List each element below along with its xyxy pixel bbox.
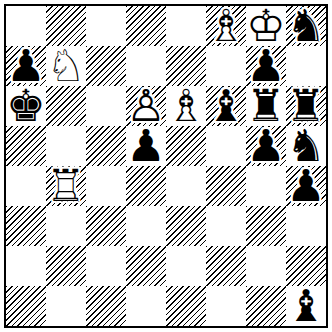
- square-d2: [126, 246, 166, 286]
- square-f5: [206, 126, 246, 166]
- square-h8: ♞: [286, 6, 326, 46]
- square-c6: [86, 86, 126, 126]
- square-d1: [126, 286, 166, 326]
- square-a6: ♚: [6, 86, 46, 126]
- square-a2: [6, 246, 46, 286]
- square-b4: ♜♖: [46, 166, 86, 206]
- square-h3: [286, 206, 326, 246]
- square-g4: [246, 166, 286, 206]
- white-bishop: ♝♗: [206, 6, 246, 46]
- square-g5: ♟: [246, 126, 286, 166]
- square-e1: [166, 286, 206, 326]
- square-a1: [6, 286, 46, 326]
- square-d8: [126, 6, 166, 46]
- square-b3: [46, 206, 86, 246]
- square-f1: [206, 286, 246, 326]
- square-d3: [126, 206, 166, 246]
- square-b7: ♞♘: [46, 46, 86, 86]
- white-rook: ♜♖: [46, 166, 86, 206]
- black-pawn: ♟: [246, 126, 286, 166]
- square-c1: [86, 286, 126, 326]
- square-g2: [246, 246, 286, 286]
- square-b2: [46, 246, 86, 286]
- square-e5: [166, 126, 206, 166]
- square-g3: [246, 206, 286, 246]
- square-a4: [6, 166, 46, 206]
- black-bishop: ♝: [206, 86, 246, 126]
- square-b1: [46, 286, 86, 326]
- square-f8: ♝♗: [206, 6, 246, 46]
- black-pawn: ♟: [126, 126, 166, 166]
- black-pawn: ♟: [286, 166, 326, 206]
- black-knight: ♞: [286, 6, 326, 46]
- square-e3: [166, 206, 206, 246]
- square-d5: ♟: [126, 126, 166, 166]
- white-bishop: ♝♗: [166, 86, 206, 126]
- square-f4: [206, 166, 246, 206]
- square-e6: ♝♗: [166, 86, 206, 126]
- chess-diagram: ♝♗♚♔♞♟♞♘♟♚♟♙♝♗♝♜♜♟♟♞♜♖♟♝: [0, 0, 332, 332]
- white-knight: ♞♘: [46, 46, 86, 86]
- square-f3: [206, 206, 246, 246]
- square-h4: ♟: [286, 166, 326, 206]
- square-c3: [86, 206, 126, 246]
- black-bishop: ♝: [286, 286, 326, 326]
- square-c4: [86, 166, 126, 206]
- square-c5: [86, 126, 126, 166]
- chessboard: ♝♗♚♔♞♟♞♘♟♚♟♙♝♗♝♜♜♟♟♞♜♖♟♝: [6, 6, 326, 326]
- black-king: ♚: [6, 86, 46, 126]
- square-a5: [6, 126, 46, 166]
- square-e4: [166, 166, 206, 206]
- square-c2: [86, 246, 126, 286]
- square-d4: [126, 166, 166, 206]
- square-e8: [166, 6, 206, 46]
- square-a3: [6, 206, 46, 246]
- board-frame: ♝♗♚♔♞♟♞♘♟♚♟♙♝♗♝♜♜♟♟♞♜♖♟♝: [4, 4, 328, 328]
- square-g1: [246, 286, 286, 326]
- square-b6: [46, 86, 86, 126]
- square-h1: ♝: [286, 286, 326, 326]
- square-f6: ♝: [206, 86, 246, 126]
- square-c8: [86, 6, 126, 46]
- square-f2: [206, 246, 246, 286]
- square-e2: [166, 246, 206, 286]
- square-c7: [86, 46, 126, 86]
